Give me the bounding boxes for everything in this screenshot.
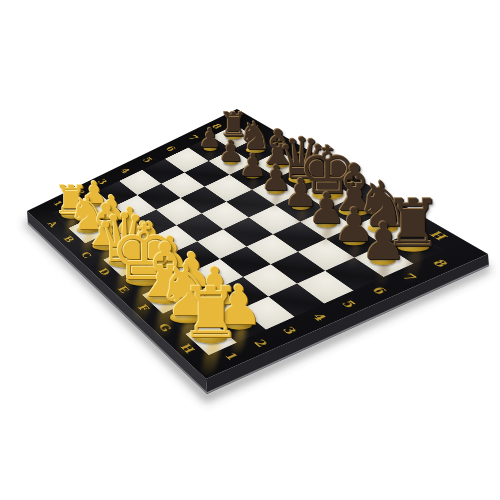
rank-label-left-3: 3 bbox=[96, 178, 110, 186]
rank-label-left-6: 6 bbox=[163, 145, 177, 153]
rank-label-left-4: 4 bbox=[118, 167, 132, 175]
file-label-bottom-f: F bbox=[135, 303, 151, 313]
file-label-bottom-g: G bbox=[156, 322, 174, 333]
file-label-bottom-c: C bbox=[79, 250, 94, 259]
file-label-bottom-b: B bbox=[62, 235, 77, 244]
file-label-bottom-h: H bbox=[178, 342, 198, 355]
file-label-top-g: G bbox=[396, 212, 417, 223]
chess-set-photo: AABBCCDDEEFFGGHH1122334455667788 ♜♟♞♟♝♟♛… bbox=[0, 0, 500, 500]
rank-label-right-8: 8 bbox=[429, 258, 450, 269]
file-label-top-d: D bbox=[315, 164, 334, 174]
file-label-top-h: H bbox=[427, 230, 451, 242]
rank-label-right-6: 6 bbox=[369, 285, 389, 296]
rank-label-right-4: 4 bbox=[309, 312, 329, 323]
file-label-top-b: B bbox=[267, 136, 284, 145]
rank-label-left-2: 2 bbox=[73, 189, 86, 197]
file-label-bottom-e: E bbox=[115, 284, 131, 294]
file-label-bottom-d: D bbox=[96, 267, 112, 277]
file-label-top-e: E bbox=[341, 179, 360, 189]
rank-label-left-7: 7 bbox=[186, 134, 201, 142]
rank-label-right-5: 5 bbox=[339, 299, 359, 310]
file-label-top-a: A bbox=[246, 123, 262, 131]
rank-label-right-7: 7 bbox=[399, 272, 420, 283]
file-label-bottom-a: A bbox=[46, 220, 60, 229]
rank-label-left-1: 1 bbox=[51, 199, 64, 207]
rank-label-left-8: 8 bbox=[209, 122, 224, 130]
rank-label-right-1: 1 bbox=[222, 351, 240, 362]
rank-label-right-3: 3 bbox=[280, 325, 299, 336]
file-label-top-c: C bbox=[291, 150, 309, 159]
rank-label-left-5: 5 bbox=[140, 156, 154, 164]
rank-label-right-2: 2 bbox=[251, 338, 270, 349]
file-label-top-f: F bbox=[368, 195, 387, 205]
